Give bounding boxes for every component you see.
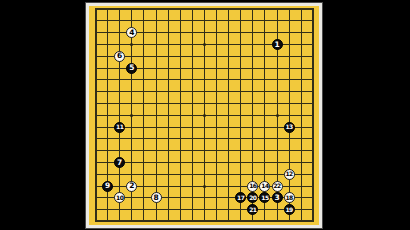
- move-number: 13: [286, 124, 293, 130]
- grid-line-horizontal: [95, 209, 315, 210]
- grid-line-vertical: [312, 8, 314, 222]
- stone-black-21: 21: [247, 204, 258, 215]
- move-number: 20: [249, 195, 256, 201]
- move-number: 15: [261, 195, 268, 201]
- grid-line-vertical: [240, 8, 241, 222]
- grid-line-horizontal: [95, 162, 315, 163]
- stone-white-22: 22: [272, 181, 283, 192]
- move-number: 9: [105, 182, 110, 190]
- move-number: 3: [274, 194, 279, 202]
- stone-black-5: 5: [126, 63, 137, 74]
- move-number: 14: [261, 183, 268, 189]
- grid-line-horizontal: [95, 150, 315, 151]
- stone-black-11: 11: [114, 122, 125, 133]
- move-number: 18: [286, 195, 293, 201]
- hoshi-star-point: [276, 114, 279, 117]
- grid-line-horizontal: [95, 138, 315, 139]
- stone-black-7: 7: [114, 157, 125, 168]
- stone-white-10: 10: [114, 192, 125, 203]
- grid-line-horizontal: [95, 127, 315, 128]
- stone-white-8: 8: [151, 192, 162, 203]
- stone-black-20: 20: [247, 192, 258, 203]
- stone-black-1: 1: [272, 39, 283, 50]
- stone-white-14: 14: [259, 181, 270, 192]
- move-number: 17: [237, 195, 244, 201]
- stone-white-18: 18: [284, 192, 295, 203]
- move-number: 16: [249, 183, 256, 189]
- grid-line-horizontal: [95, 220, 315, 222]
- move-number: 5: [129, 64, 134, 72]
- move-number: 21: [249, 207, 256, 213]
- move-number: 22: [273, 183, 280, 189]
- board-frame: 12345678910111213141516171819202122: [85, 2, 323, 229]
- hoshi-star-point: [203, 114, 206, 117]
- hoshi-star-point: [130, 114, 133, 117]
- hoshi-star-point: [203, 185, 206, 188]
- go-board: 12345678910111213141516171819202122: [89, 6, 319, 225]
- move-number: 11: [116, 124, 123, 130]
- stone-black-13: 13: [284, 122, 295, 133]
- move-number: 4: [129, 29, 134, 37]
- move-number: 1: [274, 41, 279, 49]
- stone-black-19: 19: [284, 204, 295, 215]
- hoshi-star-point: [130, 43, 133, 46]
- move-number: 8: [153, 194, 158, 202]
- move-number: 7: [117, 159, 122, 167]
- move-number: 10: [116, 195, 123, 201]
- stone-white-2: 2: [126, 181, 137, 192]
- stone-black-3: 3: [272, 192, 283, 203]
- move-number: 19: [286, 207, 293, 213]
- grid-line-vertical: [228, 8, 229, 222]
- kifu-screenshot: 12345678910111213141516171819202122: [0, 0, 410, 230]
- stone-black-9: 9: [102, 181, 113, 192]
- grid-line-horizontal: [95, 174, 315, 175]
- grid-line-vertical: [216, 8, 217, 222]
- stone-white-12: 12: [284, 169, 295, 180]
- stone-black-15: 15: [259, 192, 270, 203]
- move-number: 12: [286, 171, 293, 177]
- hoshi-star-point: [203, 43, 206, 46]
- grid-line-vertical: [289, 8, 290, 222]
- move-number: 6: [117, 53, 122, 61]
- stone-white-6: 6: [114, 51, 125, 62]
- move-number: 2: [129, 182, 134, 190]
- grid-line-vertical: [301, 8, 302, 222]
- stone-white-16: 16: [247, 181, 258, 192]
- stone-white-4: 4: [126, 27, 137, 38]
- stone-black-17: 17: [235, 192, 246, 203]
